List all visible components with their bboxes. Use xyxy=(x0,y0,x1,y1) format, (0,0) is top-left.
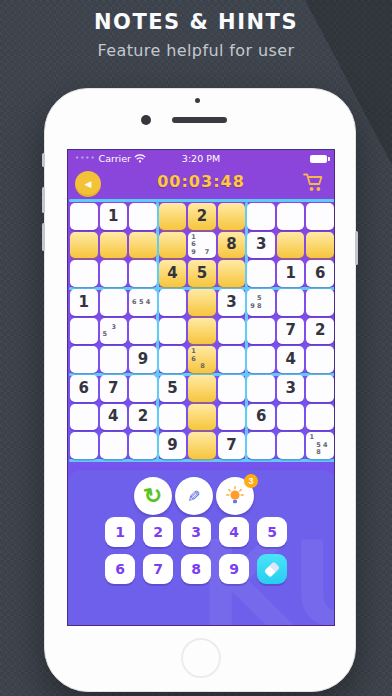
sudoku-cell-r6c3[interactable]: 9 xyxy=(129,346,157,373)
cell-value: 1 xyxy=(285,266,295,281)
sudoku-cell-r4c3[interactable]: 6 5 4 xyxy=(129,289,157,316)
sudoku-cell-r3c8[interactable]: 1 xyxy=(277,260,305,287)
cell-value: 7 xyxy=(285,323,295,338)
cell-value: 7 xyxy=(226,438,236,453)
sudoku-cell-r6c7[interactable] xyxy=(247,346,275,373)
sudoku-cell-r9c5[interactable] xyxy=(188,432,216,459)
sudoku-cell-r9c2[interactable] xyxy=(100,432,128,459)
sudoku-cell-r3c3[interactable] xyxy=(129,260,157,287)
numpad-key-7[interactable]: 7 xyxy=(143,554,173,584)
sudoku-cell-r9c8[interactable] xyxy=(277,432,305,459)
cell-value: 2 xyxy=(315,323,325,338)
timer: 00:03:48 xyxy=(68,172,334,191)
battery-icon xyxy=(310,155,327,163)
home-button[interactable] xyxy=(181,638,221,678)
sudoku-cell-r2c6[interactable]: 8 xyxy=(218,232,246,259)
earpiece-speaker xyxy=(172,117,227,123)
sudoku-cell-r1c8[interactable] xyxy=(277,203,305,230)
sudoku-cell-r7c5[interactable] xyxy=(188,375,216,402)
numpad-key-2[interactable]: 2 xyxy=(143,517,173,547)
sudoku-cell-r8c6[interactable] xyxy=(218,404,246,431)
sudoku-cell-r5c9[interactable]: 2 xyxy=(306,318,334,345)
sudoku-cell-r7c6[interactable] xyxy=(218,375,246,402)
cell-value: 5 xyxy=(167,381,177,396)
sudoku-cell-r4c1[interactable]: 1 xyxy=(70,289,98,316)
sudoku-cell-r4c2[interactable] xyxy=(100,289,128,316)
cell-value: 1 xyxy=(79,295,89,310)
numpad-key-4[interactable]: 4 xyxy=(219,517,249,547)
cell-notes: 16 8 xyxy=(188,346,216,373)
sudoku-cell-r8c7[interactable]: 6 xyxy=(247,404,275,431)
cell-value: 4 xyxy=(285,352,295,367)
sudoku-cell-r4c4[interactable] xyxy=(159,289,187,316)
lightbulb-icon xyxy=(225,486,245,506)
sudoku-cell-r2c4[interactable] xyxy=(159,232,187,259)
cart-button[interactable] xyxy=(303,172,325,194)
sudoku-cell-r4c8[interactable] xyxy=(277,289,305,316)
sudoku-cell-r9c7[interactable] xyxy=(247,432,275,459)
sudoku-cell-r3c5[interactable]: 5 xyxy=(188,260,216,287)
sudoku-cell-r7c8[interactable]: 3 xyxy=(277,375,305,402)
sudoku-cell-r7c2[interactable]: 7 xyxy=(100,375,128,402)
status-bar: •••• Carrier 3:20 PM xyxy=(68,150,334,167)
caption: NOTES & HINTS Feature helpful for user xyxy=(0,10,392,60)
sudoku-cell-r8c1[interactable] xyxy=(70,404,98,431)
sudoku-cell-r3c9[interactable]: 6 xyxy=(306,260,334,287)
numpad-key-5[interactable]: 5 xyxy=(257,517,287,547)
sudoku-cell-r5c4[interactable] xyxy=(159,318,187,345)
sudoku-cell-r8c2[interactable]: 4 xyxy=(100,404,128,431)
cell-value: 2 xyxy=(138,409,148,424)
sudoku-cell-r4c5[interactable] xyxy=(188,289,216,316)
sudoku-cell-r8c3[interactable]: 2 xyxy=(129,404,157,431)
sudoku-cell-r3c4[interactable]: 4 xyxy=(159,260,187,287)
hint-button[interactable]: 3 xyxy=(216,477,254,515)
cell-value: 9 xyxy=(167,438,177,453)
volume-up-button xyxy=(42,187,45,213)
cell-value: 3 xyxy=(256,237,266,252)
sudoku-cell-r6c5[interactable]: 16 8 xyxy=(188,346,216,373)
app-bar: ◀ 00:03:48 xyxy=(68,167,334,199)
cell-value: 4 xyxy=(167,266,177,281)
numpad-key-6[interactable]: 6 xyxy=(105,554,135,584)
sudoku-cell-r2c1[interactable] xyxy=(70,232,98,259)
sudoku-cell-r1c7[interactable] xyxy=(247,203,275,230)
sudoku-cell-r7c3[interactable] xyxy=(129,375,157,402)
cell-value: 2 xyxy=(197,209,207,224)
sudoku-cell-r4c7[interactable]: 59 8 xyxy=(247,289,275,316)
numpad-row: 6789 xyxy=(105,554,287,584)
background: NOTES & HINTS Feature helpful for user •… xyxy=(0,0,392,696)
sudoku-cell-r4c9[interactable] xyxy=(306,289,334,316)
numpad-key-9[interactable]: 9 xyxy=(219,554,249,584)
hint-count-badge: 3 xyxy=(244,474,258,488)
sudoku-cell-r1c6[interactable] xyxy=(218,203,246,230)
cell-value: 9 xyxy=(138,352,148,367)
sudoku-cell-r3c2[interactable] xyxy=(100,260,128,287)
sudoku-cell-r9c9[interactable]: 1 5 4 8 xyxy=(306,432,334,459)
sudoku-cell-r5c2[interactable]: 35 xyxy=(100,318,128,345)
cell-notes: 6 5 4 xyxy=(129,289,157,316)
volume-down-button xyxy=(42,223,45,251)
front-camera xyxy=(141,115,151,125)
cell-value: 1 xyxy=(108,209,118,224)
cell-value: 6 xyxy=(79,381,89,396)
sudoku-cell-r8c4[interactable] xyxy=(159,404,187,431)
page-subtitle: Feature helpful for user xyxy=(0,41,392,60)
sudoku-cell-r5c1[interactable] xyxy=(70,318,98,345)
sudoku-cell-r9c4[interactable]: 9 xyxy=(159,432,187,459)
cell-notes: 169 7 xyxy=(188,232,216,259)
numpad: 123456789 xyxy=(68,517,330,584)
sudoku-cell-r8c8[interactable] xyxy=(277,404,305,431)
app-screen: •••• Carrier 3:20 PM ◀ 00:03:48 xyxy=(67,149,335,626)
sudoku-cell-r8c9[interactable] xyxy=(306,404,334,431)
sudoku-cell-r1c5[interactable]: 2 xyxy=(188,203,216,230)
sudoku-cell-r2c5[interactable]: 169 7 xyxy=(188,232,216,259)
cell-notes: 1 5 4 8 xyxy=(306,432,334,459)
phone-frame: •••• Carrier 3:20 PM ◀ 00:03:48 xyxy=(44,88,356,692)
sudoku-cell-r5c6[interactable] xyxy=(218,318,246,345)
numpad-key-3[interactable]: 3 xyxy=(181,517,211,547)
cell-value: 3 xyxy=(226,295,236,310)
sudoku-cell-r5c7[interactable] xyxy=(247,318,275,345)
sudoku-cell-r2c9[interactable] xyxy=(306,232,334,259)
sudoku-cell-r7c1[interactable]: 6 xyxy=(70,375,98,402)
sudoku-cell-r6c8[interactable]: 4 xyxy=(277,346,305,373)
eraser-icon xyxy=(264,561,280,577)
numpad-key-8[interactable]: 8 xyxy=(181,554,211,584)
sudoku-cell-r3c1[interactable] xyxy=(70,260,98,287)
cell-value: 6 xyxy=(256,409,266,424)
sudoku-cell-r9c3[interactable] xyxy=(129,432,157,459)
sudoku-cell-r9c6[interactable]: 7 xyxy=(218,432,246,459)
sudoku-cell-r6c6[interactable] xyxy=(218,346,246,373)
sudoku-cell-r1c4[interactable] xyxy=(159,203,187,230)
sudoku-cell-r6c4[interactable] xyxy=(159,346,187,373)
sudoku-cell-r7c7[interactable] xyxy=(247,375,275,402)
pencil-icon: ✎ xyxy=(187,487,200,506)
page-title: NOTES & HINTS xyxy=(0,10,392,34)
cart-icon xyxy=(303,172,325,194)
sudoku-cell-r3c7[interactable] xyxy=(247,260,275,287)
sudoku-cell-r1c2[interactable]: 1 xyxy=(100,203,128,230)
sudoku-cell-r1c1[interactable] xyxy=(70,203,98,230)
numpad-row: 12345 xyxy=(105,517,287,547)
cell-value: 4 xyxy=(108,409,118,424)
restart-button[interactable]: ↻ xyxy=(134,477,172,515)
sudoku-cell-r3c6[interactable] xyxy=(218,260,246,287)
status-bar-time: 3:20 PM xyxy=(68,153,334,164)
sudoku-cell-r5c5[interactable] xyxy=(188,318,216,345)
control-panel: KU ↻ ✎ xyxy=(68,470,335,626)
cell-value: 7 xyxy=(108,381,118,396)
sudoku-cell-r4c6[interactable]: 3 xyxy=(218,289,246,316)
sudoku-cell-r5c3[interactable] xyxy=(129,318,157,345)
sudoku-cell-r2c8[interactable] xyxy=(277,232,305,259)
box-line-bottom xyxy=(69,459,335,462)
cell-notes: 59 8 xyxy=(247,289,275,316)
sudoku-cell-r2c2[interactable] xyxy=(100,232,128,259)
proximity-sensor-dot xyxy=(195,98,200,103)
cell-notes: 35 xyxy=(100,318,128,345)
cell-value: 3 xyxy=(285,381,295,396)
sudoku-cell-r1c9[interactable] xyxy=(306,203,334,230)
mute-switch xyxy=(42,153,45,167)
sudoku-board: 12169 783451616 5 43 59 8 3572916 846753… xyxy=(68,201,335,461)
eraser-button[interactable] xyxy=(257,554,287,584)
box-line-top xyxy=(69,199,335,202)
notes-pencil-button[interactable]: ✎ xyxy=(175,477,213,515)
sudoku-cell-r7c4[interactable]: 5 xyxy=(159,375,187,402)
sudoku-cell-r2c3[interactable] xyxy=(129,232,157,259)
sudoku-cell-r7c9[interactable] xyxy=(306,375,334,402)
refresh-icon: ↻ xyxy=(142,484,164,509)
sudoku-cell-r5c8[interactable]: 7 xyxy=(277,318,305,345)
sudoku-cell-r6c1[interactable] xyxy=(70,346,98,373)
cell-value: 8 xyxy=(226,237,236,252)
cell-value: 6 xyxy=(315,266,325,281)
sudoku-cell-r6c2[interactable] xyxy=(100,346,128,373)
numpad-key-1[interactable]: 1 xyxy=(105,517,135,547)
cell-value: 5 xyxy=(197,266,207,281)
power-button xyxy=(355,231,358,265)
action-buttons: ↻ ✎ xyxy=(68,477,328,515)
status-bar-right xyxy=(310,155,327,163)
sudoku-cell-r1c3[interactable] xyxy=(129,203,157,230)
sudoku-cell-r2c7[interactable]: 3 xyxy=(247,232,275,259)
sudoku-cell-r6c9[interactable] xyxy=(306,346,334,373)
sudoku-cell-r8c5[interactable] xyxy=(188,404,216,431)
sudoku-cell-r9c1[interactable] xyxy=(70,432,98,459)
